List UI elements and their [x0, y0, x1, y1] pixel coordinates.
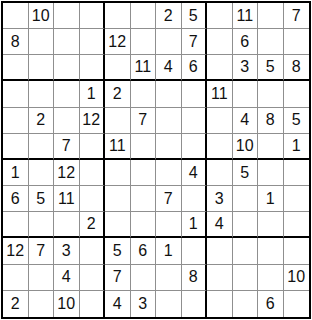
cell-r12c4[interactable]	[80, 291, 106, 317]
cell-r2c10[interactable]: 6	[233, 29, 259, 55]
cell-r11c12[interactable]: 10	[284, 265, 310, 291]
cell-r8c2[interactable]: 5	[29, 186, 55, 212]
cell-r6c6[interactable]	[131, 134, 157, 160]
cell-r6c4[interactable]	[80, 134, 106, 160]
cell-r2c9[interactable]	[207, 29, 233, 55]
cell-r5c8[interactable]	[182, 108, 208, 134]
cell-r5c1[interactable]	[3, 108, 29, 134]
cell-r4c6[interactable]	[131, 81, 157, 107]
cell-r11c10[interactable]	[233, 265, 259, 291]
cell-r10c3[interactable]: 3	[54, 238, 80, 264]
cell-r2c4[interactable]	[80, 29, 106, 55]
cell-r10c8[interactable]	[182, 238, 208, 264]
cell-r9c3[interactable]	[54, 212, 80, 238]
cell-r5c5[interactable]	[105, 108, 131, 134]
cell-r9c5[interactable]	[105, 212, 131, 238]
cell-r4c11[interactable]	[258, 81, 284, 107]
cell-r4c8[interactable]	[182, 81, 208, 107]
cell-r12c10[interactable]	[233, 291, 259, 317]
cell-r8c7[interactable]: 7	[156, 186, 182, 212]
cell-r3c11[interactable]: 5	[258, 55, 284, 81]
cell-r7c5[interactable]	[105, 160, 131, 186]
cell-r3c2[interactable]	[29, 55, 55, 81]
cell-r7c11[interactable]	[258, 160, 284, 186]
cell-r10c6[interactable]: 6	[131, 238, 157, 264]
cell-r8c3[interactable]: 11	[54, 186, 80, 212]
cell-r4c12[interactable]	[284, 81, 310, 107]
cell-r5c4[interactable]: 12	[80, 108, 106, 134]
cell-r9c6[interactable]	[131, 212, 157, 238]
cell-r3c4[interactable]	[80, 55, 106, 81]
cell-r5c12[interactable]: 5	[284, 108, 310, 134]
cell-r1c4[interactable]	[80, 3, 106, 29]
cell-r2c3[interactable]	[54, 29, 80, 55]
cell-r9c8[interactable]: 1	[182, 212, 208, 238]
cell-r7c10[interactable]: 5	[233, 160, 259, 186]
cell-r12c12[interactable]	[284, 291, 310, 317]
cell-r6c3[interactable]: 7	[54, 134, 80, 160]
cell-r8c12[interactable]	[284, 186, 310, 212]
cell-r1c5[interactable]	[105, 3, 131, 29]
cell-r1c2[interactable]: 10	[29, 3, 55, 29]
cell-r5c7[interactable]	[156, 108, 182, 134]
cell-r1c12[interactable]: 7	[284, 3, 310, 29]
cell-r5c6[interactable]: 7	[131, 108, 157, 134]
cell-r7c2[interactable]	[29, 160, 55, 186]
cell-r4c2[interactable]	[29, 81, 55, 107]
cell-r8c9[interactable]: 3	[207, 186, 233, 212]
cell-r8c6[interactable]	[131, 186, 157, 212]
cell-r12c7[interactable]	[156, 291, 182, 317]
cell-r5c2[interactable]: 2	[29, 108, 55, 134]
cell-r3c8[interactable]: 6	[182, 55, 208, 81]
cell-r5c10[interactable]: 4	[233, 108, 259, 134]
cell-r2c12[interactable]	[284, 29, 310, 55]
cell-r10c9[interactable]	[207, 238, 233, 264]
cell-r10c11[interactable]	[258, 238, 284, 264]
cell-r5c3[interactable]	[54, 108, 80, 134]
cell-r9c7[interactable]	[156, 212, 182, 238]
cell-r3c3[interactable]	[54, 55, 80, 81]
cell-r6c10[interactable]: 10	[233, 134, 259, 160]
cell-r9c1[interactable]	[3, 212, 29, 238]
cell-r8c5[interactable]	[105, 186, 131, 212]
cell-r12c9[interactable]	[207, 291, 233, 317]
cell-r10c1[interactable]: 12	[3, 238, 29, 264]
cell-r1c1[interactable]	[3, 3, 29, 29]
cell-r4c7[interactable]	[156, 81, 182, 107]
cell-r8c8[interactable]	[182, 186, 208, 212]
cell-r11c3[interactable]: 4	[54, 265, 80, 291]
cell-r5c11[interactable]: 8	[258, 108, 284, 134]
cell-r4c1[interactable]	[3, 81, 29, 107]
cell-r9c4[interactable]: 2	[80, 212, 106, 238]
cell-r12c8[interactable]	[182, 291, 208, 317]
cell-r3c6[interactable]: 11	[131, 55, 157, 81]
cell-r11c2[interactable]	[29, 265, 55, 291]
cell-r12c6[interactable]: 3	[131, 291, 157, 317]
cell-r8c1[interactable]: 6	[3, 186, 29, 212]
cell-r7c1[interactable]: 1	[3, 160, 29, 186]
cell-r4c10[interactable]	[233, 81, 259, 107]
cell-r4c5[interactable]: 2	[105, 81, 131, 107]
cell-r11c6[interactable]	[131, 265, 157, 291]
sudoku-board: 1025117812761146358121121274857111011124…	[1, 1, 311, 319]
cell-r9c9[interactable]: 4	[207, 212, 233, 238]
cell-r3c1[interactable]	[3, 55, 29, 81]
cell-r2c2[interactable]	[29, 29, 55, 55]
cell-r9c10[interactable]	[233, 212, 259, 238]
cell-r3c12[interactable]: 8	[284, 55, 310, 81]
cell-r4c9[interactable]: 11	[207, 81, 233, 107]
cell-r11c8[interactable]: 8	[182, 265, 208, 291]
cell-r12c1[interactable]: 2	[3, 291, 29, 317]
cell-r10c7[interactable]: 1	[156, 238, 182, 264]
cell-r6c8[interactable]	[182, 134, 208, 160]
cell-r8c10[interactable]	[233, 186, 259, 212]
cell-r7c12[interactable]	[284, 160, 310, 186]
cell-r3c10[interactable]: 3	[233, 55, 259, 81]
cell-r4c4[interactable]: 1	[80, 81, 106, 107]
cell-r12c3[interactable]: 10	[54, 291, 80, 317]
cell-r6c7[interactable]	[156, 134, 182, 160]
cell-r6c5[interactable]: 11	[105, 134, 131, 160]
cell-r3c9[interactable]	[207, 55, 233, 81]
cell-r7c3[interactable]: 12	[54, 160, 80, 186]
cell-r2c7[interactable]	[156, 29, 182, 55]
cell-r6c11[interactable]	[258, 134, 284, 160]
cell-r12c2[interactable]	[29, 291, 55, 317]
cell-r11c1[interactable]	[3, 265, 29, 291]
cell-r10c2[interactable]: 7	[29, 238, 55, 264]
cell-r10c12[interactable]	[284, 238, 310, 264]
cell-r10c4[interactable]	[80, 238, 106, 264]
cell-r7c9[interactable]	[207, 160, 233, 186]
cell-r1c3[interactable]	[54, 3, 80, 29]
cell-r3c5[interactable]	[105, 55, 131, 81]
cell-r5c9[interactable]	[207, 108, 233, 134]
cell-r6c1[interactable]	[3, 134, 29, 160]
cell-r6c9[interactable]	[207, 134, 233, 160]
cell-r8c11[interactable]: 1	[258, 186, 284, 212]
cell-r10c5[interactable]: 5	[105, 238, 131, 264]
cell-r9c2[interactable]	[29, 212, 55, 238]
cell-r9c12[interactable]	[284, 212, 310, 238]
cell-r2c5[interactable]: 12	[105, 29, 131, 55]
cell-r11c5[interactable]: 7	[105, 265, 131, 291]
cell-r6c12[interactable]: 1	[284, 134, 310, 160]
cell-r2c11[interactable]	[258, 29, 284, 55]
cell-r11c9[interactable]	[207, 265, 233, 291]
cell-r7c4[interactable]	[80, 160, 106, 186]
cell-r12c11[interactable]: 6	[258, 291, 284, 317]
cell-r4c3[interactable]	[54, 81, 80, 107]
cell-r1c6[interactable]	[131, 3, 157, 29]
cell-r9c11[interactable]	[258, 212, 284, 238]
cell-r10c10[interactable]	[233, 238, 259, 264]
cell-r12c5[interactable]: 4	[105, 291, 131, 317]
cell-r2c6[interactable]	[131, 29, 157, 55]
cell-r7c6[interactable]	[131, 160, 157, 186]
cell-r1c9[interactable]	[207, 3, 233, 29]
cell-r11c11[interactable]	[258, 265, 284, 291]
cell-r2c8[interactable]: 7	[182, 29, 208, 55]
cell-r1c10[interactable]: 11	[233, 3, 259, 29]
cell-r7c8[interactable]: 4	[182, 160, 208, 186]
cell-r1c11[interactable]	[258, 3, 284, 29]
cell-r1c8[interactable]: 5	[182, 3, 208, 29]
cell-r7c7[interactable]	[156, 160, 182, 186]
cell-r6c2[interactable]	[29, 134, 55, 160]
cell-r11c4[interactable]	[80, 265, 106, 291]
cell-r11c7[interactable]	[156, 265, 182, 291]
cell-r1c7[interactable]: 2	[156, 3, 182, 29]
cell-r2c1[interactable]: 8	[3, 29, 29, 55]
cell-r3c7[interactable]: 4	[156, 55, 182, 81]
cell-r8c4[interactable]	[80, 186, 106, 212]
